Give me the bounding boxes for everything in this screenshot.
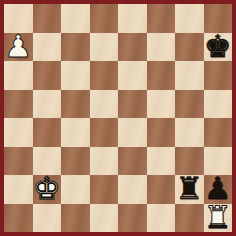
black-king[interactable]: ♚: [204, 32, 233, 61]
square-g8[interactable]: [175, 4, 204, 33]
square-e3[interactable]: [118, 147, 147, 176]
square-f3[interactable]: [147, 147, 176, 176]
square-f2[interactable]: [147, 175, 176, 204]
square-a7[interactable]: ♟: [4, 33, 33, 62]
square-d7[interactable]: [90, 33, 119, 62]
square-f1[interactable]: [147, 204, 176, 233]
square-e4[interactable]: [118, 118, 147, 147]
square-b8[interactable]: [33, 4, 62, 33]
chess-board-frame: ♟♚♚♜♟♜: [0, 0, 236, 236]
square-h5[interactable]: [204, 90, 233, 119]
square-c1[interactable]: [61, 204, 90, 233]
square-f4[interactable]: [147, 118, 176, 147]
square-e5[interactable]: [118, 90, 147, 119]
square-f8[interactable]: [147, 4, 176, 33]
chess-board: ♟♚♚♜♟♜: [4, 4, 232, 232]
square-a4[interactable]: [4, 118, 33, 147]
square-h6[interactable]: [204, 61, 233, 90]
square-e7[interactable]: [118, 33, 147, 62]
square-c4[interactable]: [61, 118, 90, 147]
square-d4[interactable]: [90, 118, 119, 147]
square-e8[interactable]: [118, 4, 147, 33]
square-e6[interactable]: [118, 61, 147, 90]
square-b5[interactable]: [33, 90, 62, 119]
square-g5[interactable]: [175, 90, 204, 119]
square-c8[interactable]: [61, 4, 90, 33]
square-h7[interactable]: ♚: [204, 33, 233, 62]
square-d5[interactable]: [90, 90, 119, 119]
black-rook[interactable]: ♜: [175, 174, 204, 203]
square-f7[interactable]: [147, 33, 176, 62]
square-d6[interactable]: [90, 61, 119, 90]
square-g2[interactable]: ♜: [175, 175, 204, 204]
square-b2[interactable]: ♚: [33, 175, 62, 204]
square-c2[interactable]: [61, 175, 90, 204]
square-c7[interactable]: [61, 33, 90, 62]
square-e1[interactable]: [118, 204, 147, 233]
square-f6[interactable]: [147, 61, 176, 90]
square-e2[interactable]: [118, 175, 147, 204]
square-d3[interactable]: [90, 147, 119, 176]
square-d2[interactable]: [90, 175, 119, 204]
white-pawn[interactable]: ♟: [4, 32, 33, 61]
square-b6[interactable]: [33, 61, 62, 90]
square-b4[interactable]: [33, 118, 62, 147]
square-g6[interactable]: [175, 61, 204, 90]
square-c5[interactable]: [61, 90, 90, 119]
white-rook[interactable]: ♜: [204, 203, 233, 232]
square-g7[interactable]: [175, 33, 204, 62]
square-a6[interactable]: [4, 61, 33, 90]
square-b1[interactable]: [33, 204, 62, 233]
square-a3[interactable]: [4, 147, 33, 176]
square-g1[interactable]: [175, 204, 204, 233]
square-d1[interactable]: [90, 204, 119, 233]
square-a1[interactable]: [4, 204, 33, 233]
square-h4[interactable]: [204, 118, 233, 147]
square-a2[interactable]: [4, 175, 33, 204]
square-h1[interactable]: ♜: [204, 204, 233, 233]
square-f5[interactable]: [147, 90, 176, 119]
square-c3[interactable]: [61, 147, 90, 176]
square-a5[interactable]: [4, 90, 33, 119]
square-g4[interactable]: [175, 118, 204, 147]
square-c6[interactable]: [61, 61, 90, 90]
square-b7[interactable]: [33, 33, 62, 62]
white-king[interactable]: ♚: [33, 174, 62, 203]
square-d8[interactable]: [90, 4, 119, 33]
